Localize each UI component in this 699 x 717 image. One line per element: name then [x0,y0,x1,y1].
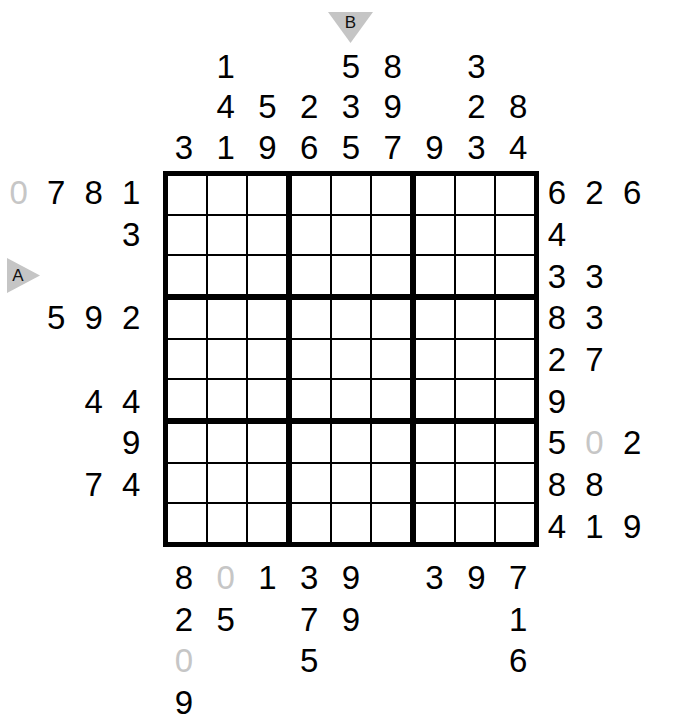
bottom-clue-r3c6 [372,640,414,682]
cell-r3c3[interactable] [247,255,287,295]
right-clue-r7c2: 0 [576,422,614,464]
cell-r7c6[interactable] [371,423,411,463]
cell-r4c2[interactable] [207,299,247,339]
cell-r4c9[interactable] [495,299,535,339]
bottom-clue-r4c9 [497,682,539,717]
cell-r9c1[interactable] [167,503,207,543]
box-9 [413,421,537,545]
box-8 [289,421,413,545]
bottom-clue-r2c7 [414,599,456,641]
right-clue-r3c1: 3 [538,255,576,297]
box-7 [165,421,289,545]
bottom-clue-r4c1: 9 [163,682,205,717]
left-clue-r5c2 [38,339,76,381]
box-1 [165,173,289,297]
cell-r3c6[interactable] [371,255,411,295]
cell-r3c5[interactable] [331,255,371,295]
bottom-clue-r2c4: 7 [288,599,330,641]
bottom-clue-r4c2 [205,682,247,717]
top-clue-r2c9: 8 [497,87,539,128]
left-clue-r2c2 [38,214,76,256]
right-clue-r1c3: 6 [613,172,651,214]
right-clue-r9c2: 1 [576,505,614,547]
top-clue-r1c4 [288,46,330,87]
bottom-clue-r3c2 [205,640,247,682]
left-clues: 0781359244974 [0,172,150,547]
bottom-clue-r1c2: 0 [205,557,247,599]
right-clue-r5c2: 7 [576,339,614,381]
bottom-clues: 80139397257910569 [163,557,539,717]
left-clue-r7c1 [0,422,38,464]
top-clue-r2c7 [414,87,456,128]
right-clue-r8c3 [613,464,651,506]
bottom-clue-r2c3 [247,599,289,641]
cell-r5c5[interactable] [331,339,371,379]
left-clue-r6c4: 4 [113,380,151,422]
cell-r1c2[interactable] [207,175,247,215]
cell-r2c6[interactable] [371,215,411,255]
right-clue-r9c3: 9 [613,505,651,547]
bottom-clue-r4c4 [288,682,330,717]
right-clue-r1c1: 6 [538,172,576,214]
cell-r7c4[interactable] [291,423,331,463]
bottom-clue-r3c7 [414,640,456,682]
left-clue-r1c4: 1 [113,172,151,214]
right-clue-r6c1: 9 [538,380,576,422]
cell-r5c4[interactable] [291,339,331,379]
right-clue-r2c3 [613,214,651,256]
top-clue-r1c2: 1 [205,46,247,87]
cell-r9c7[interactable] [415,503,455,543]
top-clue-r3c2: 1 [205,127,247,168]
top-clue-r3c4: 6 [288,127,330,168]
top-clue-r3c1: 3 [163,127,205,168]
cell-r7c8[interactable] [455,423,495,463]
cell-r2c2[interactable] [207,215,247,255]
top-clue-r3c8: 3 [455,127,497,168]
bottom-clue-r1c4: 3 [288,557,330,599]
cell-r3c2[interactable] [207,255,247,295]
cell-r1c4[interactable] [291,175,331,215]
cell-r2c7[interactable] [415,215,455,255]
cell-r3c1[interactable] [167,255,207,295]
left-clue-r3c1 [0,255,38,297]
cell-r2c3[interactable] [247,215,287,255]
left-clue-r9c1 [0,505,38,547]
bottom-clue-r2c1: 2 [163,599,205,641]
cell-r8c2[interactable] [207,463,247,503]
top-clue-r1c7 [414,46,456,87]
cell-r6c5[interactable] [331,379,371,419]
bottom-clue-r4c8 [455,682,497,717]
right-clues: 6264338327950288419 [538,172,651,547]
cell-r5c7[interactable] [415,339,455,379]
cell-r1c5[interactable] [331,175,371,215]
cell-r7c3[interactable] [247,423,287,463]
left-clue-r4c2: 5 [38,297,76,339]
left-clue-r8c2 [38,464,76,506]
cell-r2c8[interactable] [455,215,495,255]
left-clue-r8c3: 7 [75,464,113,506]
bottom-clue-r3c3 [247,640,289,682]
cell-r1c3[interactable] [247,175,287,215]
right-clue-r8c1: 8 [538,464,576,506]
right-clue-r3c2: 3 [576,255,614,297]
cell-r8c9[interactable] [495,463,535,503]
cell-r8c4[interactable] [291,463,331,503]
cell-r5c9[interactable] [495,339,535,379]
marker-b: B [328,12,373,43]
top-clue-r2c1 [163,87,205,128]
cell-r5c3[interactable] [247,339,287,379]
cell-r9c3[interactable] [247,503,287,543]
left-clue-r7c2 [38,422,76,464]
cell-r8c6[interactable] [371,463,411,503]
left-clue-r9c3 [75,505,113,547]
cell-r7c1[interactable] [167,423,207,463]
cell-r6c2[interactable] [207,379,247,419]
cell-r1c8[interactable] [455,175,495,215]
bottom-clue-r2c5: 9 [330,599,372,641]
left-clue-r4c4: 2 [113,297,151,339]
cell-r9c8[interactable] [455,503,495,543]
top-clue-r1c9 [497,46,539,87]
left-clue-r4c3: 9 [75,297,113,339]
top-clue-r3c6: 7 [372,127,414,168]
cell-r8c1[interactable] [167,463,207,503]
box-4 [165,297,289,421]
cell-r4c8[interactable] [455,299,495,339]
top-clue-r3c9: 4 [497,127,539,168]
left-clue-r2c3 [75,214,113,256]
left-clue-r2c1 [0,214,38,256]
cell-r8c3[interactable] [247,463,287,503]
bottom-clue-r1c5: 9 [330,557,372,599]
left-clue-r3c4 [113,255,151,297]
bottom-clue-r2c8 [455,599,497,641]
cell-r3c7[interactable] [415,255,455,295]
right-clue-r3c3 [613,255,651,297]
cell-r9c4[interactable] [291,503,331,543]
left-clue-r6c1 [0,380,38,422]
top-clues: 15834523928319657934 [163,46,539,168]
cell-r1c9[interactable] [495,175,535,215]
right-clue-r8c2: 8 [576,464,614,506]
left-clue-r3c3 [75,255,113,297]
left-clue-r9c4 [113,505,151,547]
marker-b-label: B [328,13,373,32]
box-3 [413,173,537,297]
cell-r4c1[interactable] [167,299,207,339]
cell-r9c5[interactable] [331,503,371,543]
cell-r2c9[interactable] [495,215,535,255]
cell-r4c5[interactable] [331,299,371,339]
cell-r7c2[interactable] [207,423,247,463]
left-clue-r2c4: 3 [113,214,151,256]
cell-r8c7[interactable] [415,463,455,503]
left-clue-r8c4: 4 [113,464,151,506]
cell-r3c9[interactable] [495,255,535,295]
cell-r5c8[interactable] [455,339,495,379]
top-clue-r1c1 [163,46,205,87]
cell-r4c7[interactable] [415,299,455,339]
bottom-clue-r3c1: 0 [163,640,205,682]
left-clue-r6c2 [38,380,76,422]
cell-r8c8[interactable] [455,463,495,503]
box-2 [289,173,413,297]
bottom-clue-r4c6 [372,682,414,717]
bottom-clue-r2c9: 1 [497,599,539,641]
top-clue-r1c5: 5 [330,46,372,87]
left-clue-r3c2 [38,255,76,297]
top-clue-r1c3 [247,46,289,87]
cell-r4c4[interactable] [291,299,331,339]
box-5 [289,297,413,421]
puzzle-page: B A 15834523928319657934 0781359244974 6… [0,0,699,717]
cell-r2c1[interactable] [167,215,207,255]
bottom-clue-r3c5 [330,640,372,682]
top-clue-r2c2: 4 [205,87,247,128]
cell-r1c6[interactable] [371,175,411,215]
top-clue-r1c8: 3 [455,46,497,87]
cell-r9c2[interactable] [207,503,247,543]
right-clue-r6c2 [576,380,614,422]
cell-r4c6[interactable] [371,299,411,339]
cell-r2c4[interactable] [291,215,331,255]
right-clue-r9c1: 4 [538,505,576,547]
cell-r6c9[interactable] [495,379,535,419]
cell-r4c3[interactable] [247,299,287,339]
bottom-clue-r3c9: 6 [497,640,539,682]
left-clue-r7c3 [75,422,113,464]
cell-r5c2[interactable] [207,339,247,379]
right-clue-r5c3 [613,339,651,381]
top-clue-r2c6: 9 [372,87,414,128]
right-clue-r2c1: 4 [538,214,576,256]
cell-r1c7[interactable] [415,175,455,215]
left-clue-r5c3 [75,339,113,381]
top-clue-r2c3: 5 [247,87,289,128]
cell-r3c8[interactable] [455,255,495,295]
cell-r8c5[interactable] [331,463,371,503]
cell-r6c4[interactable] [291,379,331,419]
bottom-clue-r4c5 [330,682,372,717]
left-clue-r9c2 [38,505,76,547]
right-clue-r5c1: 2 [538,339,576,381]
right-clue-r6c3 [613,380,651,422]
left-clue-r6c3: 4 [75,380,113,422]
left-clue-r5c4 [113,339,151,381]
cell-r6c3[interactable] [247,379,287,419]
cell-r7c7[interactable] [415,423,455,463]
right-clue-r4c1: 8 [538,297,576,339]
cell-r5c6[interactable] [371,339,411,379]
right-clue-r4c2: 3 [576,297,614,339]
cell-r6c6[interactable] [371,379,411,419]
bottom-clue-r1c8: 9 [455,557,497,599]
right-clue-r7c3: 2 [613,422,651,464]
left-clue-r7c4: 9 [113,422,151,464]
bottom-clue-r2c6 [372,599,414,641]
bottom-clue-r4c7 [414,682,456,717]
bottom-clue-r1c1: 8 [163,557,205,599]
cell-r6c1[interactable] [167,379,207,419]
bottom-clue-r1c9: 7 [497,557,539,599]
right-clue-r1c2: 2 [576,172,614,214]
cell-r7c5[interactable] [331,423,371,463]
cell-r9c9[interactable] [495,503,535,543]
top-clue-r1c6: 8 [372,46,414,87]
cell-r6c7[interactable] [415,379,455,419]
cell-r7c9[interactable] [495,423,535,463]
bottom-clue-r4c3 [247,682,289,717]
top-clue-r2c8: 2 [455,87,497,128]
left-clue-r1c3: 8 [75,172,113,214]
right-clue-r4c3 [613,297,651,339]
cell-r2c5[interactable] [331,215,371,255]
sudoku-board [163,171,539,547]
left-clue-r1c2: 7 [38,172,76,214]
bottom-clue-r3c4: 5 [288,640,330,682]
top-clue-r2c4: 2 [288,87,330,128]
right-clue-r2c2 [576,214,614,256]
bottom-clue-r1c3: 1 [247,557,289,599]
top-clue-r3c7: 9 [414,127,456,168]
bottom-clue-r3c8 [455,640,497,682]
left-clue-r5c1 [0,339,38,381]
left-clue-r1c1: 0 [0,172,38,214]
box-6 [413,297,537,421]
cell-r9c6[interactable] [371,503,411,543]
bottom-clue-r1c6 [372,557,414,599]
cell-r3c4[interactable] [291,255,331,295]
left-clue-r8c1 [0,464,38,506]
top-clue-r3c3: 9 [247,127,289,168]
bottom-clue-r1c7: 3 [414,557,456,599]
top-clue-r3c5: 5 [330,127,372,168]
cell-r5c1[interactable] [167,339,207,379]
bottom-clue-r2c2: 5 [205,599,247,641]
left-clue-r4c1 [0,297,38,339]
cell-r1c1[interactable] [167,175,207,215]
cell-r6c8[interactable] [455,379,495,419]
top-clue-r2c5: 3 [330,87,372,128]
right-clue-r7c1: 5 [538,422,576,464]
